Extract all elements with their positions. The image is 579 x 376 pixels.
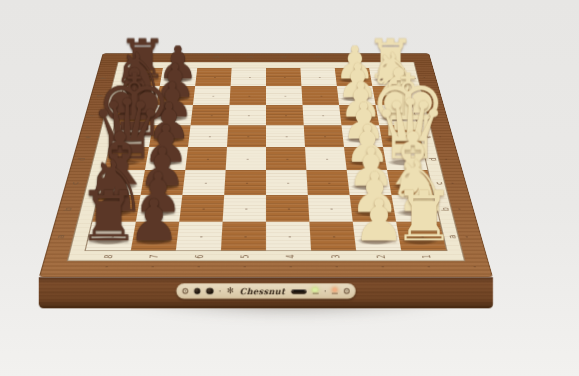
mic-pinhole-icon: [219, 290, 221, 292]
sensor-dot: [286, 136, 288, 137]
sensor-dot: [249, 77, 251, 78]
board-front-face: ✻ Chessnut: [39, 277, 493, 308]
coordinate-label: 6: [211, 54, 222, 59]
reset-pinhole-icon: [324, 290, 326, 292]
sensor-dot: [248, 115, 250, 116]
rook-glyph: ♜: [384, 181, 463, 250]
sensor-dot: [211, 115, 213, 116]
sensor-dot: [356, 96, 358, 97]
coordinate-label: 7: [177, 54, 188, 59]
sensor-dot: [320, 96, 322, 97]
sensor-dot: [247, 136, 249, 137]
coordinate-label: 5: [245, 54, 256, 59]
green-led-icon: [313, 288, 317, 292]
board-3d: 8765432187654321hgfedcbahgfedcba ♜♞♝♛♚♝♞…: [39, 53, 493, 277]
status-led-orange-group: [332, 288, 338, 295]
green-led-label: [312, 293, 318, 294]
screw-left-icon: [182, 288, 188, 294]
scene: 8765432187654321hgfedcbahgfedcba ♜♞♝♛♚♝♞…: [0, 0, 579, 376]
rook-glyph: ♜: [69, 181, 148, 250]
brand-logo: Chessnut: [240, 286, 285, 297]
mode-button[interactable]: [207, 288, 214, 295]
sensor-dot: [284, 77, 286, 78]
sensor-dot: [324, 136, 326, 137]
screw-right-icon: [344, 288, 350, 294]
sensor-dot: [354, 77, 356, 78]
orange-led-icon: [333, 288, 337, 292]
power-button[interactable]: [194, 288, 201, 295]
sensor-dot: [284, 96, 286, 97]
settings-icon: ✻: [227, 287, 234, 295]
coordinate-label: 2: [346, 54, 357, 59]
coordinate-label: 4: [278, 54, 289, 59]
coordinate-label: 3: [312, 54, 323, 59]
status-led-green-group: [312, 288, 318, 295]
orange-led-label: [332, 293, 338, 294]
control-panel: ✻ Chessnut: [176, 283, 355, 299]
usb-c-port[interactable]: [291, 289, 307, 294]
sensor-dot: [285, 115, 287, 116]
sensor-dot: [319, 77, 321, 78]
sensor-dot: [322, 115, 324, 116]
sensor-dot: [248, 96, 250, 97]
